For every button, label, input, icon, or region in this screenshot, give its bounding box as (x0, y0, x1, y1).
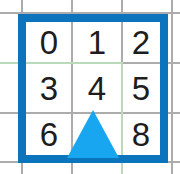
triangle-piece[interactable] (67, 110, 119, 158)
cell-r2c2: 8 (122, 113, 160, 155)
cell-r1c1: 4 (72, 63, 122, 113)
cell-r1c2: 5 (122, 63, 160, 113)
triangle-icon (67, 110, 119, 158)
cell-r0c1: 1 (72, 22, 122, 63)
cell-r0c0: 0 (26, 22, 72, 63)
graph-paper-canvas: 0 1 2 3 4 5 6 8 (0, 0, 180, 174)
gridline-vertical (171, 0, 173, 174)
cell-r0c2: 2 (122, 22, 160, 63)
cell-r1c0: 3 (26, 63, 72, 113)
cell-r2c0: 6 (26, 113, 72, 155)
